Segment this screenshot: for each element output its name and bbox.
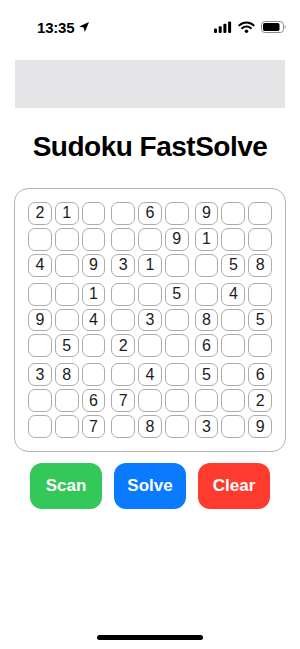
sudoku-cell[interactable] [195,283,219,306]
status-icons [214,21,287,33]
sudoku-cell[interactable] [165,389,189,412]
clock-label: 13:35 [37,19,74,36]
sudoku-cell[interactable]: 7 [111,389,135,412]
scan-button[interactable]: Scan [30,463,102,509]
sudoku-cell[interactable]: 4 [221,283,245,306]
sudoku-cell[interactable] [221,228,245,251]
sudoku-cell[interactable] [111,415,135,438]
sudoku-cell[interactable]: 3 [138,309,162,332]
sudoku-cell[interactable]: 1 [195,228,219,251]
sudoku-cell[interactable] [55,228,79,251]
sudoku-cell[interactable]: 9 [28,309,52,332]
sudoku-cell[interactable] [28,334,52,357]
sudoku-cell[interactable] [165,334,189,357]
sudoku-cell[interactable] [165,202,189,225]
sudoku-cell[interactable] [55,415,79,438]
sudoku-cell[interactable] [82,202,106,225]
sudoku-cell[interactable] [221,363,245,386]
sudoku-cell[interactable] [55,309,79,332]
sudoku-board-frame: 21699149315815494385526384566727839 [14,188,286,452]
sudoku-cell[interactable] [165,309,189,332]
signal-icon [214,21,232,33]
ad-banner [15,60,285,108]
sudoku-cell[interactable] [195,389,219,412]
sudoku-cell[interactable]: 9 [165,228,189,251]
sudoku-cell[interactable] [138,228,162,251]
sudoku-cell[interactable] [165,254,189,277]
sudoku-cell[interactable]: 4 [82,309,106,332]
sudoku-cell[interactable]: 3 [111,254,135,277]
sudoku-cell[interactable] [165,363,189,386]
sudoku-cell[interactable] [111,202,135,225]
status-time-group: 13:35 [37,19,90,36]
sudoku-cell[interactable] [138,283,162,306]
sudoku-cell[interactable] [221,334,245,357]
sudoku-cell[interactable]: 7 [82,415,106,438]
sudoku-cell[interactable]: 1 [82,283,106,306]
sudoku-cell[interactable] [82,334,106,357]
sudoku-cell[interactable] [221,415,245,438]
sudoku-cell[interactable]: 1 [138,254,162,277]
wifi-icon [238,21,255,33]
sudoku-cell[interactable] [195,254,219,277]
sudoku-cell[interactable]: 3 [28,363,52,386]
sudoku-cell[interactable]: 3 [195,415,219,438]
sudoku-cell[interactable] [28,228,52,251]
sudoku-cell[interactable] [55,283,79,306]
sudoku-cell[interactable]: 6 [248,363,272,386]
sudoku-cell[interactable]: 6 [82,389,106,412]
sudoku-cell[interactable] [111,228,135,251]
sudoku-cell[interactable]: 8 [138,415,162,438]
action-button-row: Scan Solve Clear [0,463,300,509]
sudoku-cell[interactable] [111,309,135,332]
sudoku-cell[interactable]: 6 [195,334,219,357]
sudoku-cell[interactable] [55,254,79,277]
sudoku-cell[interactable] [221,309,245,332]
sudoku-cell[interactable]: 5 [248,309,272,332]
sudoku-cell[interactable]: 2 [28,202,52,225]
sudoku-cell[interactable] [221,389,245,412]
sudoku-cell[interactable]: 5 [195,363,219,386]
sudoku-cell[interactable] [248,334,272,357]
battery-icon [261,21,287,33]
sudoku-cell[interactable]: 1 [55,202,79,225]
sudoku-cell[interactable] [111,283,135,306]
sudoku-cell[interactable]: 5 [55,334,79,357]
sudoku-cell[interactable] [28,415,52,438]
sudoku-cell[interactable]: 5 [221,254,245,277]
sudoku-cell[interactable] [138,334,162,357]
sudoku-cell[interactable]: 8 [195,309,219,332]
sudoku-cell[interactable] [28,283,52,306]
clear-button[interactable]: Clear [198,463,270,509]
sudoku-cell[interactable]: 2 [248,389,272,412]
sudoku-cell[interactable]: 9 [248,415,272,438]
sudoku-cell[interactable] [248,202,272,225]
sudoku-cell[interactable] [165,415,189,438]
sudoku-cell[interactable] [248,283,272,306]
sudoku-cell[interactable]: 4 [28,254,52,277]
home-indicator[interactable] [97,635,203,640]
sudoku-cell[interactable]: 8 [248,254,272,277]
sudoku-cell[interactable] [138,389,162,412]
sudoku-cell[interactable]: 5 [165,283,189,306]
page-title: Sudoku FastSolve [0,131,300,163]
sudoku-board: 21699149315815494385526384566727839 [28,202,272,438]
sudoku-cell[interactable] [28,389,52,412]
sudoku-cell[interactable] [82,228,106,251]
sudoku-cell[interactable]: 2 [111,334,135,357]
sudoku-cell[interactable] [111,363,135,386]
status-bar: 13:35 [0,0,300,44]
sudoku-cell[interactable] [221,202,245,225]
sudoku-cell[interactable]: 9 [195,202,219,225]
solve-button[interactable]: Solve [114,463,186,509]
sudoku-cell[interactable]: 6 [138,202,162,225]
sudoku-cell[interactable] [82,363,106,386]
sudoku-cell[interactable]: 9 [82,254,106,277]
location-icon [78,21,90,33]
sudoku-cell[interactable] [248,228,272,251]
sudoku-cell[interactable]: 4 [138,363,162,386]
sudoku-cell[interactable]: 8 [55,363,79,386]
sudoku-cell[interactable] [55,389,79,412]
